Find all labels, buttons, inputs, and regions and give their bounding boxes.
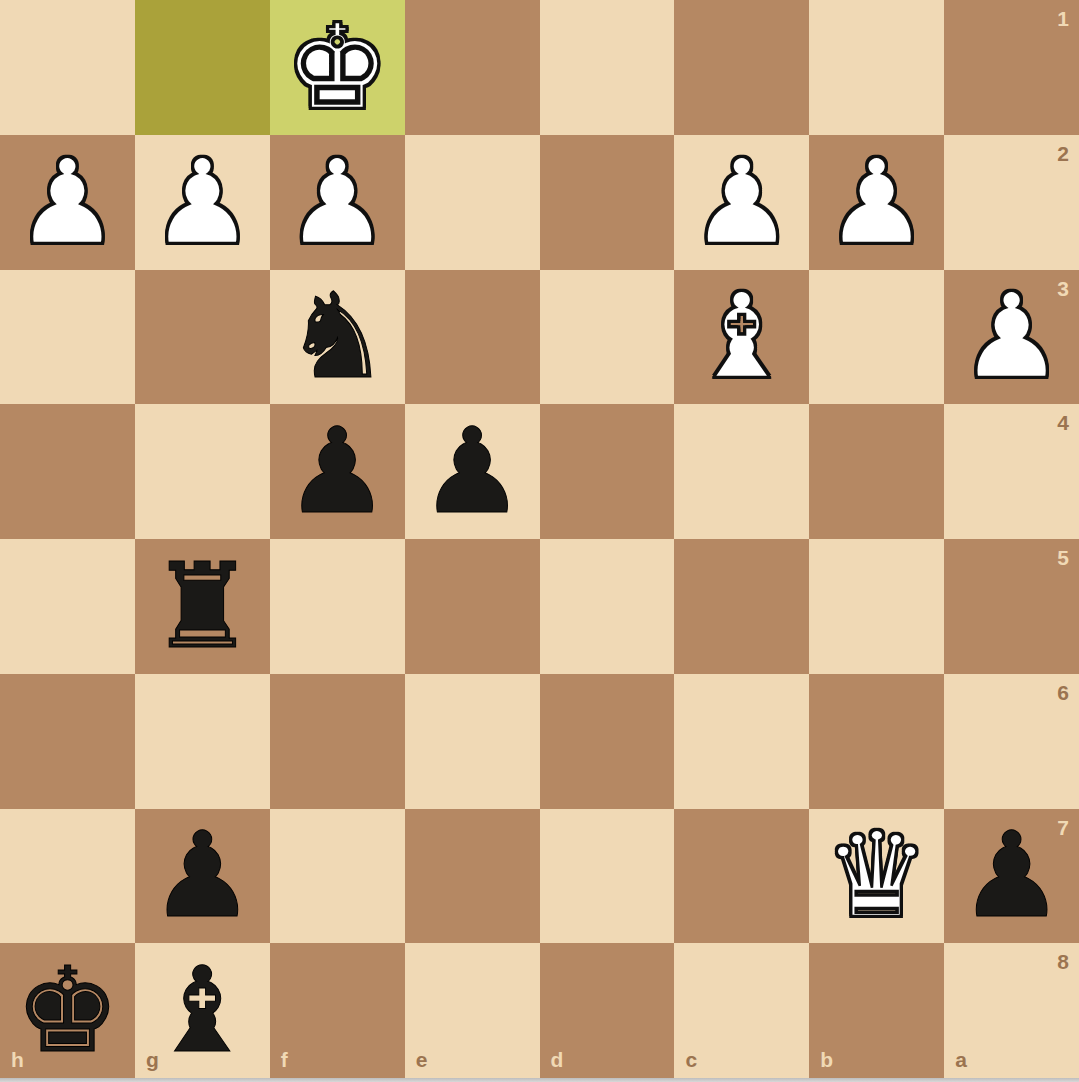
square-g2[interactable]: ♟	[135, 135, 270, 270]
square-c8[interactable]: c	[674, 943, 809, 1078]
square-c3[interactable]: ♝	[674, 270, 809, 405]
square-b6[interactable]	[809, 674, 944, 809]
square-f3[interactable]: ♞	[270, 270, 405, 405]
square-a4[interactable]: 4	[944, 404, 1079, 539]
square-c1[interactable]	[674, 0, 809, 135]
square-g3[interactable]	[135, 270, 270, 405]
square-f8[interactable]: f	[270, 943, 405, 1078]
rank-label-6: 6	[1057, 682, 1069, 703]
piece-white-pawn[interactable]: ♟	[149, 135, 255, 270]
square-b4[interactable]	[809, 404, 944, 539]
square-h2[interactable]: ♟	[0, 135, 135, 270]
square-h8[interactable]: ♚h	[0, 943, 135, 1078]
square-d6[interactable]	[540, 674, 675, 809]
square-a6[interactable]: 6	[944, 674, 1079, 809]
square-f5[interactable]	[270, 539, 405, 674]
square-b3[interactable]	[809, 270, 944, 405]
square-d5[interactable]	[540, 539, 675, 674]
file-label-e: e	[416, 1049, 428, 1070]
square-d1[interactable]	[540, 0, 675, 135]
piece-white-queen[interactable]: ♛	[824, 809, 930, 944]
rank-label-1: 1	[1057, 8, 1069, 29]
rank-label-5: 5	[1057, 547, 1069, 568]
piece-black-pawn[interactable]: ♟	[959, 809, 1065, 944]
piece-black-pawn[interactable]: ♟	[149, 809, 255, 944]
square-h4[interactable]	[0, 404, 135, 539]
square-g7[interactable]: ♟	[135, 809, 270, 944]
piece-black-rook[interactable]: ♜	[149, 539, 255, 674]
square-a3[interactable]: ♟3	[944, 270, 1079, 405]
square-d2[interactable]	[540, 135, 675, 270]
square-e8[interactable]: e	[405, 943, 540, 1078]
square-g4[interactable]	[135, 404, 270, 539]
square-e2[interactable]	[405, 135, 540, 270]
square-a1[interactable]: 1	[944, 0, 1079, 135]
square-b8[interactable]: b	[809, 943, 944, 1078]
piece-white-pawn[interactable]: ♟	[15, 135, 121, 270]
square-f2[interactable]: ♟	[270, 135, 405, 270]
piece-black-bishop[interactable]: ♝	[149, 943, 255, 1078]
square-h7[interactable]	[0, 809, 135, 944]
piece-white-king[interactable]: ♚	[284, 0, 390, 135]
square-c2[interactable]: ♟	[674, 135, 809, 270]
file-label-b: b	[820, 1049, 833, 1070]
square-g8[interactable]: ♝g	[135, 943, 270, 1078]
piece-black-knight[interactable]: ♞	[284, 270, 390, 405]
square-h5[interactable]	[0, 539, 135, 674]
square-b7[interactable]: ♛	[809, 809, 944, 944]
square-a8[interactable]: 8a	[944, 943, 1079, 1078]
file-label-f: f	[281, 1049, 288, 1070]
square-d7[interactable]	[540, 809, 675, 944]
square-c7[interactable]	[674, 809, 809, 944]
square-d8[interactable]: d	[540, 943, 675, 1078]
square-h3[interactable]	[0, 270, 135, 405]
piece-white-pawn[interactable]: ♟	[689, 135, 795, 270]
square-e1[interactable]	[405, 0, 540, 135]
chess-board-container: ♚1♟♟♟♟♟2♞♝♟3♟♟4♜56♟♛♟7♚h♝gfedcb8a	[0, 0, 1079, 1082]
file-label-c: c	[685, 1049, 697, 1070]
square-f4[interactable]: ♟	[270, 404, 405, 539]
square-f1[interactable]: ♚	[270, 0, 405, 135]
square-c6[interactable]	[674, 674, 809, 809]
piece-white-pawn[interactable]: ♟	[284, 135, 390, 270]
rank-label-2: 2	[1057, 143, 1069, 164]
piece-white-pawn[interactable]: ♟	[824, 135, 930, 270]
chess-board: ♚1♟♟♟♟♟2♞♝♟3♟♟4♜56♟♛♟7♚h♝gfedcb8a	[0, 0, 1079, 1078]
square-e6[interactable]	[405, 674, 540, 809]
square-b5[interactable]	[809, 539, 944, 674]
square-b2[interactable]: ♟	[809, 135, 944, 270]
square-a2[interactable]: 2	[944, 135, 1079, 270]
rank-label-8: 8	[1057, 951, 1069, 972]
square-e3[interactable]	[405, 270, 540, 405]
file-label-d: d	[551, 1049, 564, 1070]
square-h6[interactable]	[0, 674, 135, 809]
square-h1[interactable]	[0, 0, 135, 135]
square-g6[interactable]	[135, 674, 270, 809]
square-e5[interactable]	[405, 539, 540, 674]
piece-black-pawn[interactable]: ♟	[419, 404, 525, 539]
piece-black-pawn[interactable]: ♟	[284, 404, 390, 539]
square-d3[interactable]	[540, 270, 675, 405]
square-g1[interactable]	[135, 0, 270, 135]
square-f7[interactable]	[270, 809, 405, 944]
square-b1[interactable]	[809, 0, 944, 135]
square-e7[interactable]	[405, 809, 540, 944]
rank-label-4: 4	[1057, 412, 1069, 433]
square-g5[interactable]: ♜	[135, 539, 270, 674]
square-a5[interactable]: 5	[944, 539, 1079, 674]
square-e4[interactable]: ♟	[405, 404, 540, 539]
piece-white-pawn[interactable]: ♟	[959, 270, 1065, 405]
square-c4[interactable]	[674, 404, 809, 539]
piece-white-bishop[interactable]: ♝	[689, 270, 795, 405]
board-bottom-edge	[0, 1078, 1079, 1082]
file-label-a: a	[955, 1049, 967, 1070]
square-c5[interactable]	[674, 539, 809, 674]
square-f6[interactable]	[270, 674, 405, 809]
piece-black-king[interactable]: ♚	[15, 943, 121, 1078]
square-d4[interactable]	[540, 404, 675, 539]
square-a7[interactable]: ♟7	[944, 809, 1079, 944]
